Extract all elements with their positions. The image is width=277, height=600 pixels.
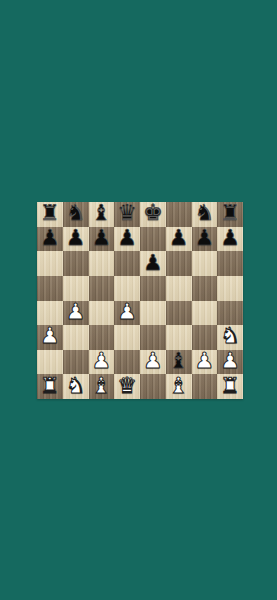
square-b4[interactable]: ♟ [63, 301, 89, 326]
square-a2[interactable] [37, 350, 63, 375]
square-b8[interactable]: ♞ [63, 202, 89, 227]
square-f6[interactable] [166, 251, 192, 276]
piece-black-knight[interactable]: ♞ [66, 202, 86, 224]
piece-black-pawn[interactable]: ♟ [220, 227, 240, 249]
square-c4[interactable] [89, 301, 115, 326]
piece-white-pawn[interactable]: ♟ [220, 350, 240, 372]
piece-black-pawn[interactable]: ♟ [195, 227, 215, 249]
square-a8[interactable]: ♜ [37, 202, 63, 227]
square-e3[interactable] [140, 325, 166, 350]
piece-black-bishop[interactable]: ♝ [169, 350, 189, 372]
square-f5[interactable] [166, 276, 192, 301]
square-h4[interactable] [217, 301, 243, 326]
square-b6[interactable] [63, 251, 89, 276]
square-b3[interactable] [63, 325, 89, 350]
square-g5[interactable] [192, 276, 218, 301]
square-d6[interactable] [114, 251, 140, 276]
square-f8[interactable] [166, 202, 192, 227]
piece-black-king[interactable]: ♚ [143, 202, 163, 224]
square-e8[interactable]: ♚ [140, 202, 166, 227]
square-a1[interactable]: ♜ [37, 374, 63, 399]
square-h6[interactable] [217, 251, 243, 276]
piece-white-knight[interactable]: ♞ [66, 375, 86, 397]
square-f3[interactable] [166, 325, 192, 350]
piece-black-pawn[interactable]: ♟ [117, 227, 137, 249]
square-g2[interactable]: ♟ [192, 350, 218, 375]
square-g3[interactable] [192, 325, 218, 350]
square-b5[interactable] [63, 276, 89, 301]
piece-black-rook[interactable]: ♜ [40, 202, 60, 224]
square-c7[interactable]: ♟ [89, 227, 115, 252]
square-h8[interactable]: ♜ [217, 202, 243, 227]
piece-black-rook[interactable]: ♜ [220, 202, 240, 224]
square-e4[interactable] [140, 301, 166, 326]
square-d7[interactable]: ♟ [114, 227, 140, 252]
square-b1[interactable]: ♞ [63, 374, 89, 399]
square-g4[interactable] [192, 301, 218, 326]
square-d4[interactable]: ♟ [114, 301, 140, 326]
square-c2[interactable]: ♟ [89, 350, 115, 375]
piece-white-queen[interactable]: ♛ [117, 375, 137, 397]
piece-black-queen[interactable]: ♛ [117, 202, 137, 224]
piece-black-pawn[interactable]: ♟ [92, 227, 112, 249]
square-f7[interactable]: ♟ [166, 227, 192, 252]
piece-black-bishop[interactable]: ♝ [92, 202, 112, 224]
square-f4[interactable] [166, 301, 192, 326]
piece-white-pawn[interactable]: ♟ [40, 325, 60, 347]
piece-white-knight[interactable]: ♞ [220, 325, 240, 347]
piece-black-pawn[interactable]: ♟ [169, 227, 189, 249]
square-d5[interactable] [114, 276, 140, 301]
piece-black-pawn[interactable]: ♟ [40, 227, 60, 249]
square-e6[interactable]: ♟ [140, 251, 166, 276]
square-a3[interactable]: ♟ [37, 325, 63, 350]
square-h2[interactable]: ♟ [217, 350, 243, 375]
square-b7[interactable]: ♟ [63, 227, 89, 252]
piece-white-bishop[interactable]: ♝ [169, 375, 189, 397]
piece-white-pawn[interactable]: ♟ [195, 350, 215, 372]
square-c8[interactable]: ♝ [89, 202, 115, 227]
chess-app-background: { "game": "chess", "app": { "background_… [0, 0, 277, 600]
piece-white-pawn[interactable]: ♟ [66, 301, 86, 323]
square-b2[interactable] [63, 350, 89, 375]
square-h3[interactable]: ♞ [217, 325, 243, 350]
square-a5[interactable] [37, 276, 63, 301]
piece-white-pawn[interactable]: ♟ [117, 301, 137, 323]
square-h5[interactable] [217, 276, 243, 301]
square-e1[interactable] [140, 374, 166, 399]
square-d8[interactable]: ♛ [114, 202, 140, 227]
square-e7[interactable] [140, 227, 166, 252]
chess-board: ♜♞♝♛♚♞♜♟♟♟♟♟♟♟♟♟♟♟♞♟♟♝♟♟♜♞♝♛♝♜ [37, 202, 243, 399]
piece-black-knight[interactable]: ♞ [195, 202, 215, 224]
square-g8[interactable]: ♞ [192, 202, 218, 227]
piece-white-pawn[interactable]: ♟ [92, 350, 112, 372]
piece-white-rook[interactable]: ♜ [220, 375, 240, 397]
piece-black-pawn[interactable]: ♟ [143, 252, 163, 274]
square-c3[interactable] [89, 325, 115, 350]
square-d1[interactable]: ♛ [114, 374, 140, 399]
piece-white-rook[interactable]: ♜ [40, 375, 60, 397]
square-h7[interactable]: ♟ [217, 227, 243, 252]
square-a4[interactable] [37, 301, 63, 326]
piece-white-pawn[interactable]: ♟ [143, 350, 163, 372]
square-g7[interactable]: ♟ [192, 227, 218, 252]
square-c5[interactable] [89, 276, 115, 301]
square-g1[interactable] [192, 374, 218, 399]
square-h1[interactable]: ♜ [217, 374, 243, 399]
piece-white-bishop[interactable]: ♝ [92, 375, 112, 397]
square-f1[interactable]: ♝ [166, 374, 192, 399]
square-f2[interactable]: ♝ [166, 350, 192, 375]
square-c6[interactable] [89, 251, 115, 276]
square-e2[interactable]: ♟ [140, 350, 166, 375]
square-c1[interactable]: ♝ [89, 374, 115, 399]
piece-black-pawn[interactable]: ♟ [66, 227, 86, 249]
square-d2[interactable] [114, 350, 140, 375]
square-d3[interactable] [114, 325, 140, 350]
square-e5[interactable] [140, 276, 166, 301]
square-g6[interactable] [192, 251, 218, 276]
square-a6[interactable] [37, 251, 63, 276]
square-a7[interactable]: ♟ [37, 227, 63, 252]
